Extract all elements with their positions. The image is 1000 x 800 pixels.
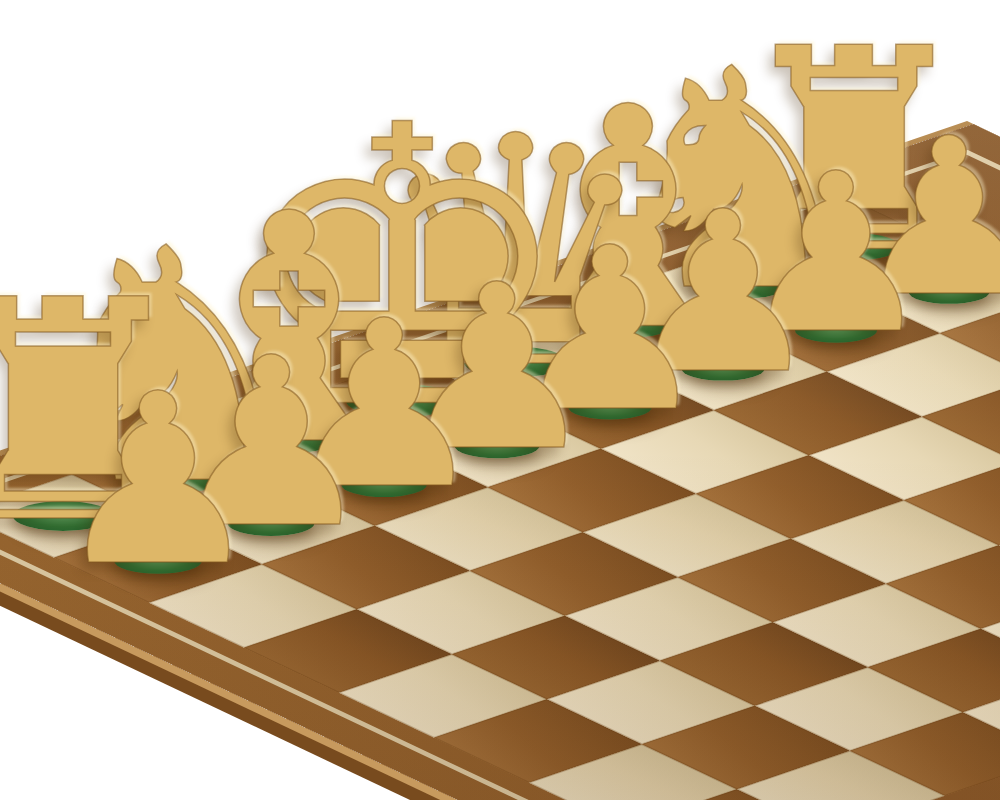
product-photo-scene: ♜♞♝♚♛♝♞♜♟♟♟♟♟♟♟♟ bbox=[0, 0, 1000, 800]
pieces-layer: ♜♞♝♚♛♝♞♜♟♟♟♟♟♟♟♟ bbox=[0, 0, 1000, 800]
white-pawn-glyph: ♟ bbox=[52, 363, 264, 599]
